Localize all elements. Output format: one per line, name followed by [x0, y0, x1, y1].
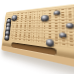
- grid-cell[interactable]: [67, 43, 74, 47]
- hole: [15, 39, 16, 40]
- playing-grid[interactable]: ●●●●●●: [11, 6, 74, 48]
- hole: [62, 44, 64, 46]
- hole: [38, 41, 40, 42]
- product-photo: ●●●●● ●●●●●● Tilted light wooden game bo…: [0, 0, 74, 74]
- hole: [43, 42, 45, 44]
- hole: [12, 38, 13, 39]
- hole: [69, 32, 72, 34]
- hole: [33, 40, 35, 41]
- black-marble[interactable]: ●: [5, 35, 10, 40]
- photo-caption: Tilted light wooden game board with a 13…: [0, 0, 1, 1]
- game-board: ●●●●● ●●●●●●: [1, 3, 74, 70]
- hole: [23, 39, 25, 40]
- hole: [70, 44, 73, 46]
- hole: [55, 43, 57, 45]
- hole: [19, 39, 20, 40]
- hole: [28, 40, 30, 41]
